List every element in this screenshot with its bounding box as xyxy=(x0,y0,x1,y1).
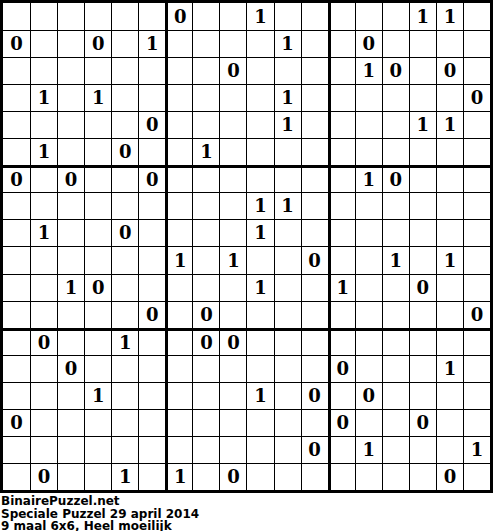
cell-r15c10-empty[interactable] xyxy=(274,409,301,436)
cell-r10c14-empty[interactable] xyxy=(382,274,409,301)
cell-r12c15-empty[interactable] xyxy=(409,328,436,355)
cell-r9c9-empty[interactable] xyxy=(246,246,273,273)
cell-r4c17-empty[interactable] xyxy=(463,111,490,138)
cell-r7c13-empty[interactable] xyxy=(355,192,382,219)
cell-r1c5-given-1: 1 xyxy=(138,30,165,57)
cell-r7c7-empty[interactable] xyxy=(192,192,219,219)
cell-r1c7-empty[interactable] xyxy=(192,30,219,57)
cell-r0c6-given-0: 0 xyxy=(165,3,192,30)
cell-r17c14-empty[interactable] xyxy=(382,463,409,490)
cell-r5c2-empty[interactable] xyxy=(57,138,84,165)
cell-r4c0-empty[interactable] xyxy=(3,111,30,138)
cell-r17c2-empty[interactable] xyxy=(57,463,84,490)
cell-r6c6-empty[interactable] xyxy=(165,165,192,192)
cell-r10c12-given-1: 1 xyxy=(328,274,355,301)
cell-r1c11-empty[interactable] xyxy=(301,30,328,57)
cell-r13c2-given-0: 0 xyxy=(57,355,84,382)
cell-r10c3-given-0: 0 xyxy=(84,274,111,301)
cell-r17c6-given-1: 1 xyxy=(165,463,192,490)
cell-r10c5-empty[interactable] xyxy=(138,274,165,301)
cell-r6c9-empty[interactable] xyxy=(246,165,273,192)
cell-r1c15-empty[interactable] xyxy=(409,30,436,57)
cell-r5c14-empty[interactable] xyxy=(382,138,409,165)
cell-r16c14-empty[interactable] xyxy=(382,436,409,463)
cell-r16c1-empty[interactable] xyxy=(30,436,57,463)
cell-r10c1-empty[interactable] xyxy=(30,274,57,301)
cell-r10c0-empty[interactable] xyxy=(3,274,30,301)
cell-r12c5-empty[interactable] xyxy=(138,328,165,355)
cell-r1c16-empty[interactable] xyxy=(436,30,463,57)
cell-r10c13-empty[interactable] xyxy=(355,274,382,301)
cell-r4c2-empty[interactable] xyxy=(57,111,84,138)
cell-r10c6-empty[interactable] xyxy=(165,274,192,301)
cell-r15c14-empty[interactable] xyxy=(382,409,409,436)
cell-r16c10-empty[interactable] xyxy=(274,436,301,463)
cell-r12c14-empty[interactable] xyxy=(382,328,409,355)
cell-r15c4-empty[interactable] xyxy=(111,409,138,436)
cell-r3c0-empty[interactable] xyxy=(3,84,30,111)
cell-r0c8-empty[interactable] xyxy=(219,3,246,30)
cell-r12c12-empty[interactable] xyxy=(328,328,355,355)
cell-r7c2-empty[interactable] xyxy=(57,192,84,219)
cell-r17c9-empty[interactable] xyxy=(246,463,273,490)
cell-r4c3-empty[interactable] xyxy=(84,111,111,138)
cell-r11c17-given-0: 0 xyxy=(463,301,490,328)
cell-r12c6-empty[interactable] xyxy=(165,328,192,355)
cell-r4c5-given-0: 0 xyxy=(138,111,165,138)
cell-r7c6-empty[interactable] xyxy=(165,192,192,219)
cell-r5c0-empty[interactable] xyxy=(3,138,30,165)
cell-r13c0-empty[interactable] xyxy=(3,355,30,382)
cell-r13c1-empty[interactable] xyxy=(30,355,57,382)
cell-r0c9-given-1: 1 xyxy=(246,3,273,30)
cell-r4c11-empty[interactable] xyxy=(301,111,328,138)
cell-r3c2-empty[interactable] xyxy=(57,84,84,111)
cell-r16c7-empty[interactable] xyxy=(192,436,219,463)
cell-r6c17-empty[interactable] xyxy=(463,165,490,192)
cell-r11c1-empty[interactable] xyxy=(30,301,57,328)
cell-r5c4-given-0: 0 xyxy=(111,138,138,165)
cell-r2c9-empty[interactable] xyxy=(246,57,273,84)
cell-r4c4-empty[interactable] xyxy=(111,111,138,138)
cell-r6c5-given-0: 0 xyxy=(138,165,165,192)
cell-r7c14-empty[interactable] xyxy=(382,192,409,219)
cell-r11c15-empty[interactable] xyxy=(409,301,436,328)
cell-r2c15-empty[interactable] xyxy=(409,57,436,84)
cell-r5c12-empty[interactable] xyxy=(328,138,355,165)
cell-r8c6-empty[interactable] xyxy=(165,219,192,246)
cell-r16c2-empty[interactable] xyxy=(57,436,84,463)
cell-r13c3-empty[interactable] xyxy=(84,355,111,382)
cell-r6c4-empty[interactable] xyxy=(111,165,138,192)
cell-r0c11-empty[interactable] xyxy=(301,3,328,30)
cell-r5c8-empty[interactable] xyxy=(219,138,246,165)
puzzle-page: 0111001100100111001111010001011101110111… xyxy=(0,0,493,531)
cell-r0c13-empty[interactable] xyxy=(355,3,382,30)
cell-r17c11-empty[interactable] xyxy=(301,463,328,490)
cell-r0c10-empty[interactable] xyxy=(274,3,301,30)
cell-r4c16-given-1: 1 xyxy=(436,111,463,138)
cell-r5c13-empty[interactable] xyxy=(355,138,382,165)
cell-r10c2-given-1: 1 xyxy=(57,274,84,301)
cell-r16c13-given-1: 1 xyxy=(355,436,382,463)
cell-r5c15-empty[interactable] xyxy=(409,138,436,165)
cell-r13c11-empty[interactable] xyxy=(301,355,328,382)
cell-r12c3-empty[interactable] xyxy=(84,328,111,355)
cell-r3c17-given-0: 0 xyxy=(463,84,490,111)
cell-r4c7-empty[interactable] xyxy=(192,111,219,138)
cell-r15c17-empty[interactable] xyxy=(463,409,490,436)
cell-r15c1-empty[interactable] xyxy=(30,409,57,436)
cell-r10c16-empty[interactable] xyxy=(436,274,463,301)
cell-r12c17-empty[interactable] xyxy=(463,328,490,355)
cell-r6c1-empty[interactable] xyxy=(30,165,57,192)
cell-r15c8-empty[interactable] xyxy=(219,409,246,436)
cell-r9c1-empty[interactable] xyxy=(30,246,57,273)
cell-r14c2-empty[interactable] xyxy=(57,382,84,409)
cell-r8c4-given-0: 0 xyxy=(111,219,138,246)
cell-r7c12-empty[interactable] xyxy=(328,192,355,219)
cell-r3c12-empty[interactable] xyxy=(328,84,355,111)
cell-r3c14-empty[interactable] xyxy=(382,84,409,111)
cell-r7c17-empty[interactable] xyxy=(463,192,490,219)
cell-r12c10-empty[interactable] xyxy=(274,328,301,355)
cell-r5c11-empty[interactable] xyxy=(301,138,328,165)
cell-r7c1-empty[interactable] xyxy=(30,192,57,219)
cell-r15c0-given-0: 0 xyxy=(3,409,30,436)
cell-r15c5-empty[interactable] xyxy=(138,409,165,436)
cell-r9c7-empty[interactable] xyxy=(192,246,219,273)
cell-r0c1-empty[interactable] xyxy=(30,3,57,30)
cell-r16c4-empty[interactable] xyxy=(111,436,138,463)
cell-r13c9-empty[interactable] xyxy=(246,355,273,382)
cell-r9c8-given-1: 1 xyxy=(219,246,246,273)
cell-r13c5-empty[interactable] xyxy=(138,355,165,382)
cell-r14c0-empty[interactable] xyxy=(3,382,30,409)
cell-r15c6-empty[interactable] xyxy=(165,409,192,436)
cell-r10c15-given-0: 0 xyxy=(409,274,436,301)
cell-r6c7-empty[interactable] xyxy=(192,165,219,192)
cell-r14c12-empty[interactable] xyxy=(328,382,355,409)
cell-r13c15-empty[interactable] xyxy=(409,355,436,382)
cell-r13c13-empty[interactable] xyxy=(355,355,382,382)
cell-r17c0-empty[interactable] xyxy=(3,463,30,490)
cell-r2c10-empty[interactable] xyxy=(274,57,301,84)
cell-r11c3-empty[interactable] xyxy=(84,301,111,328)
cell-r8c11-empty[interactable] xyxy=(301,219,328,246)
cell-r16c12-empty[interactable] xyxy=(328,436,355,463)
cell-r6c14-given-0: 0 xyxy=(382,165,409,192)
cell-r13c10-empty[interactable] xyxy=(274,355,301,382)
cell-r12c11-empty[interactable] xyxy=(301,328,328,355)
cell-r9c0-empty[interactable] xyxy=(3,246,30,273)
cell-r11c13-empty[interactable] xyxy=(355,301,382,328)
cell-r1c14-empty[interactable] xyxy=(382,30,409,57)
cell-r14c14-empty[interactable] xyxy=(382,382,409,409)
cell-r16c16-empty[interactable] xyxy=(436,436,463,463)
cell-r13c4-empty[interactable] xyxy=(111,355,138,382)
cell-r11c16-empty[interactable] xyxy=(436,301,463,328)
cell-r11c2-empty[interactable] xyxy=(57,301,84,328)
cell-r6c2-given-0: 0 xyxy=(57,165,84,192)
cell-r11c12-empty[interactable] xyxy=(328,301,355,328)
cell-r11c4-empty[interactable] xyxy=(111,301,138,328)
cell-r0c5-empty[interactable] xyxy=(138,3,165,30)
cell-r4c6-empty[interactable] xyxy=(165,111,192,138)
cell-r14c1-empty[interactable] xyxy=(30,382,57,409)
cell-r9c13-empty[interactable] xyxy=(355,246,382,273)
cell-r7c11-empty[interactable] xyxy=(301,192,328,219)
cell-r14c16-empty[interactable] xyxy=(436,382,463,409)
cell-r0c12-empty[interactable] xyxy=(328,3,355,30)
cell-r17c8-given-0: 0 xyxy=(219,463,246,490)
cell-r1c17-empty[interactable] xyxy=(463,30,490,57)
cell-r12c2-empty[interactable] xyxy=(57,328,84,355)
cell-r2c0-empty[interactable] xyxy=(3,57,30,84)
cell-r5c1-given-1: 1 xyxy=(30,138,57,165)
cell-r2c5-empty[interactable] xyxy=(138,57,165,84)
cell-r15c7-empty[interactable] xyxy=(192,409,219,436)
cell-r9c15-empty[interactable] xyxy=(409,246,436,273)
cell-r6c12-empty[interactable] xyxy=(328,165,355,192)
cell-r12c16-empty[interactable] xyxy=(436,328,463,355)
cell-r16c11-given-0: 0 xyxy=(301,436,328,463)
cell-r13c7-empty[interactable] xyxy=(192,355,219,382)
cell-r4c14-empty[interactable] xyxy=(382,111,409,138)
cell-r16c3-empty[interactable] xyxy=(84,436,111,463)
cell-r9c17-empty[interactable] xyxy=(463,246,490,273)
cell-r11c6-empty[interactable] xyxy=(165,301,192,328)
cell-r3c13-empty[interactable] xyxy=(355,84,382,111)
cell-r8c7-empty[interactable] xyxy=(192,219,219,246)
cell-r14c17-empty[interactable] xyxy=(463,382,490,409)
cell-r4c10-given-1: 1 xyxy=(274,111,301,138)
cell-r1c4-empty[interactable] xyxy=(111,30,138,57)
cell-r2c4-empty[interactable] xyxy=(111,57,138,84)
cell-r11c10-empty[interactable] xyxy=(274,301,301,328)
cell-r8c2-empty[interactable] xyxy=(57,219,84,246)
cell-r4c8-empty[interactable] xyxy=(219,111,246,138)
cell-r1c12-empty[interactable] xyxy=(328,30,355,57)
cell-r13c17-empty[interactable] xyxy=(463,355,490,382)
cell-r14c10-empty[interactable] xyxy=(274,382,301,409)
cell-r7c5-empty[interactable] xyxy=(138,192,165,219)
cell-r14c9-given-1: 1 xyxy=(246,382,273,409)
cell-r9c2-empty[interactable] xyxy=(57,246,84,273)
cell-r14c5-empty[interactable] xyxy=(138,382,165,409)
cell-r13c14-empty[interactable] xyxy=(382,355,409,382)
cell-r7c4-empty[interactable] xyxy=(111,192,138,219)
cell-r3c4-empty[interactable] xyxy=(111,84,138,111)
cell-r5c9-empty[interactable] xyxy=(246,138,273,165)
cell-r13c6-empty[interactable] xyxy=(165,355,192,382)
cell-r8c13-empty[interactable] xyxy=(355,219,382,246)
cell-r8c1-given-1: 1 xyxy=(30,219,57,246)
cell-r13c8-empty[interactable] xyxy=(219,355,246,382)
cell-r11c8-empty[interactable] xyxy=(219,301,246,328)
cell-r17c16-given-0: 0 xyxy=(436,463,463,490)
cell-r14c6-empty[interactable] xyxy=(165,382,192,409)
cell-r0c0-empty[interactable] xyxy=(3,3,30,30)
cell-r1c6-empty[interactable] xyxy=(165,30,192,57)
cell-r6c15-empty[interactable] xyxy=(409,165,436,192)
cell-r0c3-empty[interactable] xyxy=(84,3,111,30)
cell-r5c6-empty[interactable] xyxy=(165,138,192,165)
cell-r6c8-empty[interactable] xyxy=(219,165,246,192)
cell-r10c17-empty[interactable] xyxy=(463,274,490,301)
cell-r6c3-empty[interactable] xyxy=(84,165,111,192)
cell-r0c7-empty[interactable] xyxy=(192,3,219,30)
cell-r5c17-empty[interactable] xyxy=(463,138,490,165)
cell-r14c7-empty[interactable] xyxy=(192,382,219,409)
cell-r9c10-empty[interactable] xyxy=(274,246,301,273)
cell-r17c4-given-1: 1 xyxy=(111,463,138,490)
cell-r11c0-empty[interactable] xyxy=(3,301,30,328)
cell-r2c6-empty[interactable] xyxy=(165,57,192,84)
cell-r4c9-empty[interactable] xyxy=(246,111,273,138)
cell-r2c2-empty[interactable] xyxy=(57,57,84,84)
cell-r11c9-empty[interactable] xyxy=(246,301,273,328)
cell-r16c8-empty[interactable] xyxy=(219,436,246,463)
cell-r17c7-empty[interactable] xyxy=(192,463,219,490)
cell-r8c8-empty[interactable] xyxy=(219,219,246,246)
cell-r15c16-empty[interactable] xyxy=(436,409,463,436)
cell-r17c17-empty[interactable] xyxy=(463,463,490,490)
cell-r14c4-empty[interactable] xyxy=(111,382,138,409)
cell-r1c9-empty[interactable] xyxy=(246,30,273,57)
cell-r8c16-empty[interactable] xyxy=(436,219,463,246)
cell-r3c6-empty[interactable] xyxy=(165,84,192,111)
cell-r10c4-empty[interactable] xyxy=(111,274,138,301)
cell-r5c5-empty[interactable] xyxy=(138,138,165,165)
cell-r11c7-given-0: 0 xyxy=(192,301,219,328)
cell-r1c10-given-1: 1 xyxy=(274,30,301,57)
cell-r3c5-empty[interactable] xyxy=(138,84,165,111)
cell-r8c15-empty[interactable] xyxy=(409,219,436,246)
cell-r7c0-empty[interactable] xyxy=(3,192,30,219)
cell-r8c5-empty[interactable] xyxy=(138,219,165,246)
cell-r15c13-empty[interactable] xyxy=(355,409,382,436)
cell-r7c16-empty[interactable] xyxy=(436,192,463,219)
cell-r8c12-empty[interactable] xyxy=(328,219,355,246)
cell-r7c15-empty[interactable] xyxy=(409,192,436,219)
cell-r5c16-empty[interactable] xyxy=(436,138,463,165)
cell-r9c4-empty[interactable] xyxy=(111,246,138,273)
cell-r0c17-empty[interactable] xyxy=(463,3,490,30)
cell-r11c14-empty[interactable] xyxy=(382,301,409,328)
cell-r15c9-empty[interactable] xyxy=(246,409,273,436)
cell-r1c1-empty[interactable] xyxy=(30,30,57,57)
puzzle-board: 0111001100100111001111010001011101110111… xyxy=(0,0,493,493)
cell-r5c10-empty[interactable] xyxy=(274,138,301,165)
cell-r9c5-empty[interactable] xyxy=(138,246,165,273)
cell-r0c4-empty[interactable] xyxy=(111,3,138,30)
cell-r8c3-empty[interactable] xyxy=(84,219,111,246)
cell-r4c12-empty[interactable] xyxy=(328,111,355,138)
cell-r12c7-given-0: 0 xyxy=(192,328,219,355)
cell-r3c8-empty[interactable] xyxy=(219,84,246,111)
cell-r0c14-empty[interactable] xyxy=(382,3,409,30)
cell-r10c8-empty[interactable] xyxy=(219,274,246,301)
cell-r7c8-empty[interactable] xyxy=(219,192,246,219)
cell-r16c9-empty[interactable] xyxy=(246,436,273,463)
cell-r3c11-empty[interactable] xyxy=(301,84,328,111)
cell-r3c15-empty[interactable] xyxy=(409,84,436,111)
cell-r7c9-given-1: 1 xyxy=(246,192,273,219)
cell-r4c1-empty[interactable] xyxy=(30,111,57,138)
cell-r6c10-empty[interactable] xyxy=(274,165,301,192)
cell-r14c3-given-1: 1 xyxy=(84,382,111,409)
cell-r9c12-empty[interactable] xyxy=(328,246,355,273)
cell-r17c3-empty[interactable] xyxy=(84,463,111,490)
cell-r17c5-empty[interactable] xyxy=(138,463,165,490)
cell-r2c11-empty[interactable] xyxy=(301,57,328,84)
cell-r16c0-empty[interactable] xyxy=(3,436,30,463)
cell-r5c3-empty[interactable] xyxy=(84,138,111,165)
cell-r15c11-empty[interactable] xyxy=(301,409,328,436)
cell-r6c11-empty[interactable] xyxy=(301,165,328,192)
cell-r10c11-empty[interactable] xyxy=(301,274,328,301)
cell-r9c6-given-1: 1 xyxy=(165,246,192,273)
cell-r17c13-empty[interactable] xyxy=(355,463,382,490)
cell-r1c2-empty[interactable] xyxy=(57,30,84,57)
cell-r1c8-empty[interactable] xyxy=(219,30,246,57)
cell-r9c11-given-0: 0 xyxy=(301,246,328,273)
cell-r17c12-empty[interactable] xyxy=(328,463,355,490)
cell-r3c1-given-1: 1 xyxy=(30,84,57,111)
cell-r14c8-empty[interactable] xyxy=(219,382,246,409)
cell-r8c0-empty[interactable] xyxy=(3,219,30,246)
cell-r14c15-empty[interactable] xyxy=(409,382,436,409)
cell-r3c9-empty[interactable] xyxy=(246,84,273,111)
cell-r12c9-empty[interactable] xyxy=(246,328,273,355)
cell-r6c13-given-1: 1 xyxy=(355,165,382,192)
cell-r10c7-empty[interactable] xyxy=(192,274,219,301)
cell-r11c11-empty[interactable] xyxy=(301,301,328,328)
cell-r2c12-empty[interactable] xyxy=(328,57,355,84)
cell-r0c15-given-1: 1 xyxy=(409,3,436,30)
cell-r9c3-empty[interactable] xyxy=(84,246,111,273)
cell-r14c13-given-0: 0 xyxy=(355,382,382,409)
cell-r2c1-empty[interactable] xyxy=(30,57,57,84)
cell-r17c1-given-0: 0 xyxy=(30,463,57,490)
cell-r8c17-empty[interactable] xyxy=(463,219,490,246)
cell-r10c10-empty[interactable] xyxy=(274,274,301,301)
cell-r3c10-given-1: 1 xyxy=(274,84,301,111)
cell-r8c14-empty[interactable] xyxy=(382,219,409,246)
cell-r0c2-empty[interactable] xyxy=(57,3,84,30)
cell-r17c15-empty[interactable] xyxy=(409,463,436,490)
cell-r2c7-empty[interactable] xyxy=(192,57,219,84)
cell-r8c10-empty[interactable] xyxy=(274,219,301,246)
cell-r4c13-empty[interactable] xyxy=(355,111,382,138)
cell-r2c17-empty[interactable] xyxy=(463,57,490,84)
cell-r16c6-empty[interactable] xyxy=(165,436,192,463)
cell-r2c3-empty[interactable] xyxy=(84,57,111,84)
cell-r17c10-empty[interactable] xyxy=(274,463,301,490)
cell-r15c2-empty[interactable] xyxy=(57,409,84,436)
cell-r6c16-empty[interactable] xyxy=(436,165,463,192)
cell-r16c15-empty[interactable] xyxy=(409,436,436,463)
cell-r9c16-given-1: 1 xyxy=(436,246,463,273)
cell-r3c7-empty[interactable] xyxy=(192,84,219,111)
cell-r12c0-empty[interactable] xyxy=(3,328,30,355)
cell-r15c3-empty[interactable] xyxy=(84,409,111,436)
cell-r12c13-empty[interactable] xyxy=(355,328,382,355)
cell-r3c16-empty[interactable] xyxy=(436,84,463,111)
cell-r16c5-empty[interactable] xyxy=(138,436,165,463)
cell-r7c3-empty[interactable] xyxy=(84,192,111,219)
